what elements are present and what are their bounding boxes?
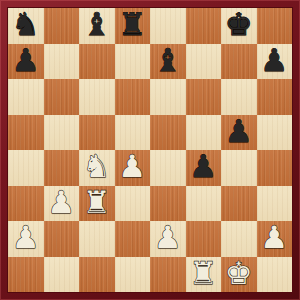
square-f6[interactable]	[186, 79, 222, 115]
square-d5[interactable]	[115, 115, 151, 151]
white-pawn-b3[interactable]: ♟	[47, 187, 75, 218]
square-b8[interactable]	[44, 8, 80, 44]
square-e8[interactable]	[150, 8, 186, 44]
square-g4[interactable]	[221, 150, 257, 186]
square-h2[interactable]: ♟	[257, 221, 293, 257]
square-a4[interactable]	[8, 150, 44, 186]
square-c4[interactable]: ♞	[79, 150, 115, 186]
square-f1[interactable]: ♜	[186, 257, 222, 293]
square-a2[interactable]: ♟	[8, 221, 44, 257]
square-d7[interactable]	[115, 44, 151, 80]
chess-board: ♞♝♜♚♟♝♟♟♞♟♟♟♜♟♟♟♜♚	[8, 8, 292, 292]
square-b6[interactable]	[44, 79, 80, 115]
white-pawn-d4[interactable]: ♟	[118, 151, 146, 182]
black-pawn-f4[interactable]: ♟	[189, 151, 217, 182]
square-d2[interactable]	[115, 221, 151, 257]
square-f4[interactable]: ♟	[186, 150, 222, 186]
square-b4[interactable]	[44, 150, 80, 186]
square-h7[interactable]: ♟	[257, 44, 293, 80]
black-king-g8[interactable]: ♚	[225, 9, 253, 40]
square-g6[interactable]	[221, 79, 257, 115]
square-c5[interactable]	[79, 115, 115, 151]
square-h1[interactable]	[257, 257, 293, 293]
square-e6[interactable]	[150, 79, 186, 115]
black-knight-a8[interactable]: ♞	[12, 9, 40, 40]
square-f5[interactable]	[186, 115, 222, 151]
white-knight-c4[interactable]: ♞	[83, 151, 111, 182]
square-g2[interactable]	[221, 221, 257, 257]
board-frame: ♞♝♜♚♟♝♟♟♞♟♟♟♜♟♟♟♜♚	[0, 0, 300, 300]
square-b7[interactable]	[44, 44, 80, 80]
white-pawn-a2[interactable]: ♟	[12, 222, 40, 253]
black-bishop-e7[interactable]: ♝	[154, 45, 182, 76]
square-a7[interactable]: ♟	[8, 44, 44, 80]
square-f3[interactable]	[186, 186, 222, 222]
square-b2[interactable]	[44, 221, 80, 257]
square-c6[interactable]	[79, 79, 115, 115]
square-b3[interactable]: ♟	[44, 186, 80, 222]
white-rook-f1[interactable]: ♜	[189, 258, 217, 289]
white-pawn-e2[interactable]: ♟	[154, 222, 182, 253]
square-g3[interactable]	[221, 186, 257, 222]
square-h4[interactable]	[257, 150, 293, 186]
square-e4[interactable]	[150, 150, 186, 186]
square-h6[interactable]	[257, 79, 293, 115]
square-d4[interactable]: ♟	[115, 150, 151, 186]
square-e5[interactable]	[150, 115, 186, 151]
square-c8[interactable]: ♝	[79, 8, 115, 44]
square-c7[interactable]	[79, 44, 115, 80]
black-pawn-g5[interactable]: ♟	[225, 116, 253, 147]
square-a1[interactable]	[8, 257, 44, 293]
square-f7[interactable]	[186, 44, 222, 80]
square-e3[interactable]	[150, 186, 186, 222]
black-pawn-h7[interactable]: ♟	[260, 45, 288, 76]
square-d3[interactable]	[115, 186, 151, 222]
square-d8[interactable]: ♜	[115, 8, 151, 44]
white-rook-c3[interactable]: ♜	[83, 187, 111, 218]
square-h8[interactable]	[257, 8, 293, 44]
square-e2[interactable]: ♟	[150, 221, 186, 257]
square-g8[interactable]: ♚	[221, 8, 257, 44]
square-d1[interactable]	[115, 257, 151, 293]
square-a6[interactable]	[8, 79, 44, 115]
square-f2[interactable]	[186, 221, 222, 257]
square-e7[interactable]: ♝	[150, 44, 186, 80]
black-bishop-c8[interactable]: ♝	[83, 9, 111, 40]
square-c3[interactable]: ♜	[79, 186, 115, 222]
square-b5[interactable]	[44, 115, 80, 151]
square-e1[interactable]	[150, 257, 186, 293]
square-g1[interactable]: ♚	[221, 257, 257, 293]
square-a3[interactable]	[8, 186, 44, 222]
square-c2[interactable]	[79, 221, 115, 257]
square-g5[interactable]: ♟	[221, 115, 257, 151]
square-d6[interactable]	[115, 79, 151, 115]
square-g7[interactable]	[221, 44, 257, 80]
square-h3[interactable]	[257, 186, 293, 222]
white-king-g1[interactable]: ♚	[225, 258, 253, 289]
square-h5[interactable]	[257, 115, 293, 151]
square-a8[interactable]: ♞	[8, 8, 44, 44]
white-pawn-h2[interactable]: ♟	[260, 222, 288, 253]
square-c1[interactable]	[79, 257, 115, 293]
square-b1[interactable]	[44, 257, 80, 293]
square-f8[interactable]	[186, 8, 222, 44]
square-a5[interactable]	[8, 115, 44, 151]
black-rook-d8[interactable]: ♜	[118, 9, 146, 40]
black-pawn-a7[interactable]: ♟	[12, 45, 40, 76]
